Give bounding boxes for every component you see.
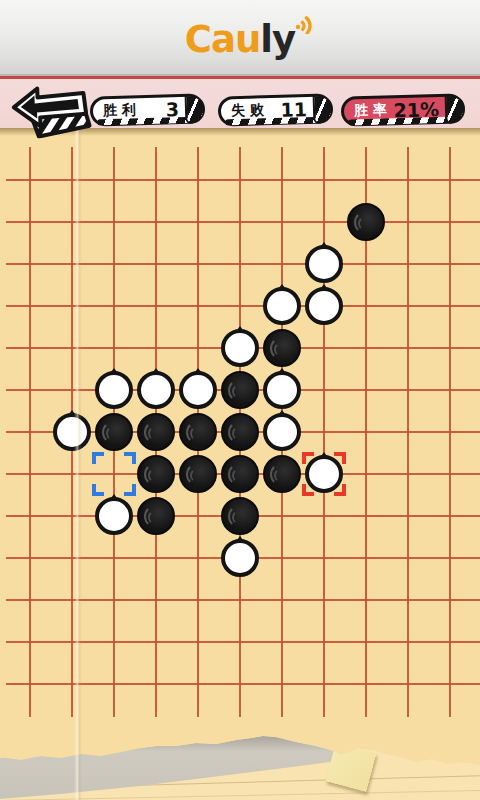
pill-stripe xyxy=(97,117,189,126)
stone-black xyxy=(179,455,217,493)
stone-black xyxy=(137,413,175,451)
stone-white xyxy=(263,413,301,451)
stone-white xyxy=(263,371,301,409)
blue-target-bracket xyxy=(92,452,136,496)
stone-black xyxy=(137,455,175,493)
stone-white xyxy=(305,287,343,325)
stone-white xyxy=(95,497,133,535)
stone-black xyxy=(179,413,217,451)
pill-cap xyxy=(313,94,334,124)
winrate-stat: 胜率 21% xyxy=(341,93,465,126)
stone-white xyxy=(95,371,133,409)
stone-black xyxy=(263,455,301,493)
stone-black xyxy=(263,329,301,367)
stone-black xyxy=(221,371,259,409)
wins-stat: 胜利 3 xyxy=(90,93,205,126)
stone-black xyxy=(221,455,259,493)
stone-black xyxy=(221,497,259,535)
back-arrow-icon xyxy=(9,83,95,140)
stone-white xyxy=(221,539,259,577)
pill-cap xyxy=(445,94,466,124)
board-grid[interactable] xyxy=(0,128,480,768)
stone-white xyxy=(221,329,259,367)
stone-white xyxy=(137,371,175,409)
red-target-bracket xyxy=(302,452,346,496)
back-button[interactable] xyxy=(9,83,95,140)
stone-black xyxy=(221,413,259,451)
stone-black xyxy=(137,497,175,535)
hud-bar: 胜利 3 失败 11 胜率 21% xyxy=(0,0,480,140)
losses-stat: 失败 11 xyxy=(218,93,333,126)
stone-white xyxy=(179,371,217,409)
pill-stripe xyxy=(225,117,317,126)
stone-black xyxy=(95,413,133,451)
stone-white xyxy=(53,413,91,451)
pill-cap xyxy=(185,94,206,124)
stone-black xyxy=(347,203,385,241)
stone-white xyxy=(305,245,343,283)
stone-white xyxy=(263,287,301,325)
